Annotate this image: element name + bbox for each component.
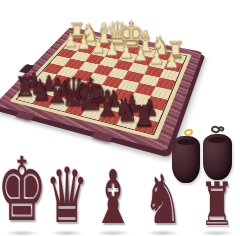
piece-black-rook: ♜ — [133, 101, 156, 131]
piece-white-pawn: ♟ — [164, 50, 179, 70]
drawstring-bag-left — [172, 136, 200, 183]
product-photo: ♜♞♝♛♚♝♞♜♟♟♟♟♟♟♟♟♟♟♟♟♟♟♟♟♜♞♝♛♚♝♞♜ ♚♛♝♞♜ — [0, 0, 240, 236]
bag-tie-dark — [210, 125, 220, 134]
chess-board: ♜♞♝♛♚♝♞♜♟♟♟♟♟♟♟♟♟♟♟♟♟♟♟♟♜♞♝♛♚♝♞♜ — [0, 27, 202, 151]
board-grid: ♜♞♝♛♚♝♞♜♟♟♟♟♟♟♟♟♟♟♟♟♟♟♟♟♜♞♝♛♚♝♞♜ — [16, 34, 188, 135]
square-e4 — [108, 68, 129, 80]
square-h8: ♜ — [134, 117, 158, 134]
piece-white-pawn: ♟ — [119, 42, 133, 61]
piece-white-pawn: ♟ — [105, 39, 119, 58]
board-margin: ♜♞♝♛♚♝♞♜♟♟♟♟♟♟♟♟♟♟♟♟♟♟♟♟♜♞♝♛♚♝♞♜ — [9, 32, 191, 139]
square-e3 — [114, 60, 134, 71]
display-piece-queen: ♛ — [45, 158, 89, 234]
piece-white-pawn: ♟ — [77, 34, 91, 52]
piece-white-pawn: ♟ — [64, 31, 78, 49]
drawstring-bag-right — [203, 134, 232, 180]
piece-white-pawn: ♟ — [149, 47, 164, 66]
display-piece-bishop: ♝ — [92, 160, 134, 234]
piece-white-pawn: ♟ — [134, 45, 149, 64]
display-piece-king: ♚ — [0, 146, 47, 234]
display-piece-rook: ♜ — [200, 174, 234, 234]
piece-white-pawn: ♟ — [91, 36, 105, 54]
